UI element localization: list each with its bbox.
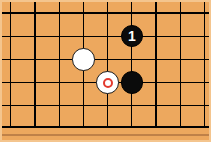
grid-line-vertical — [34, 2, 35, 128]
grid-line-vertical — [107, 2, 108, 128]
grid-line-vertical — [10, 2, 11, 128]
black-stone-move-1[interactable]: 1 — [121, 25, 144, 48]
white-stone[interactable] — [72, 48, 95, 71]
grid-line-vertical — [180, 2, 181, 128]
grid-line-horizontal — [2, 36, 209, 37]
grid-line-vertical — [59, 2, 60, 128]
black-stone[interactable] — [121, 71, 144, 94]
grid-line-horizontal — [2, 105, 209, 106]
grid-line-horizontal — [2, 126, 209, 127]
grid-line-vertical — [155, 2, 156, 128]
board-bottom-edge-shadow — [2, 134, 209, 136]
move-number-label: 1 — [128, 29, 136, 43]
white-stone-marked[interactable] — [96, 71, 119, 94]
go-board[interactable]: 1 — [2, 2, 209, 140]
circle-marker-icon — [103, 78, 113, 88]
grid-line-vertical — [204, 2, 205, 128]
grid-line-vertical — [131, 2, 132, 128]
grid-line-horizontal — [2, 59, 209, 60]
grid-line-horizontal — [2, 12, 209, 13]
go-board-diagram: 1 — [0, 0, 211, 142]
